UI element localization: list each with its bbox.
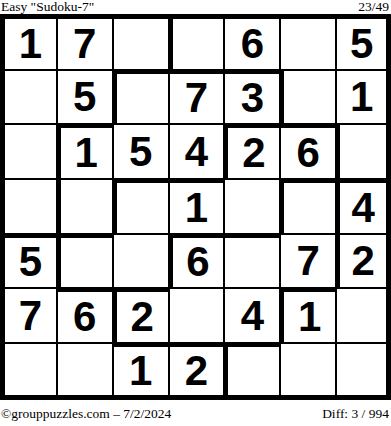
cell-r7c4-given: 2	[168, 342, 224, 400]
cell-r1c1-given: 1	[0, 14, 56, 69]
puzzle-page: Easy "Sudoku-7" 23/49 176557311542614567…	[0, 0, 391, 426]
cell-r5c4-given: 6	[168, 233, 224, 288]
header: Easy "Sudoku-7" 23/49	[0, 0, 391, 14]
cell-r2c7-given: 1	[335, 69, 391, 124]
cell-r2c5-given: 3	[223, 69, 279, 124]
cell-r6c7[interactable]	[335, 287, 391, 342]
puzzle-title: Easy "Sudoku-7"	[1, 0, 94, 14]
cell-r2c6[interactable]	[279, 69, 335, 124]
cell-r7c1[interactable]	[0, 342, 56, 400]
cell-r2c2-given: 5	[56, 69, 112, 124]
cell-r4c1[interactable]	[0, 178, 56, 233]
cell-r6c4[interactable]	[168, 287, 224, 342]
cell-r6c6-given: 1	[279, 287, 335, 342]
cell-r5c5[interactable]	[223, 233, 279, 288]
cell-r3c3-given: 5	[112, 123, 168, 178]
cell-r1c6[interactable]	[279, 14, 335, 69]
cell-r4c4-given: 1	[168, 178, 224, 233]
cell-r5c2[interactable]	[56, 233, 112, 288]
cell-r2c1[interactable]	[0, 69, 56, 124]
cell-r7c5[interactable]	[223, 342, 279, 400]
cell-r4c2[interactable]	[56, 178, 112, 233]
cell-r2c3[interactable]	[112, 69, 168, 124]
cell-r2c4-given: 7	[168, 69, 224, 124]
cell-r1c7-given: 5	[335, 14, 391, 69]
cell-r3c6-given: 6	[279, 123, 335, 178]
cell-r3c1[interactable]	[0, 123, 56, 178]
footer: ©grouppuzzles.com – 7/2/2024 Diff: 3 / 9…	[0, 406, 391, 421]
copyright-text: ©grouppuzzles.com – 7/2/2024	[1, 406, 171, 421]
cell-r4c3[interactable]	[112, 178, 168, 233]
difficulty-text: Diff: 3 / 994	[322, 406, 389, 421]
cell-r3c5-given: 2	[223, 123, 279, 178]
cell-r7c2[interactable]	[56, 342, 112, 400]
cell-r5c1-given: 5	[0, 233, 56, 288]
cell-r3c2-given: 1	[56, 123, 112, 178]
puzzle-counter: 23/49	[358, 0, 389, 14]
cell-r3c4-given: 4	[168, 123, 224, 178]
cell-r1c2-given: 7	[56, 14, 112, 69]
cell-r6c1-given: 7	[0, 287, 56, 342]
cell-r4c5[interactable]	[223, 178, 279, 233]
cell-r5c7-given: 2	[335, 233, 391, 288]
sudoku-board: 17655731154261456727624112	[0, 14, 391, 400]
cell-r6c2-given: 6	[56, 287, 112, 342]
cell-r6c5-given: 4	[223, 287, 279, 342]
cell-r6c3-given: 2	[112, 287, 168, 342]
cell-r1c3[interactable]	[112, 14, 168, 69]
cell-r3c7[interactable]	[335, 123, 391, 178]
cell-r7c3-given: 1	[112, 342, 168, 400]
cell-r7c7[interactable]	[335, 342, 391, 400]
cell-r4c7-given: 4	[335, 178, 391, 233]
cell-r1c5-given: 6	[223, 14, 279, 69]
cell-r7c6[interactable]	[279, 342, 335, 400]
cell-r4c6[interactable]	[279, 178, 335, 233]
cell-r1c4[interactable]	[168, 14, 224, 69]
cell-r5c6-given: 7	[279, 233, 335, 288]
cell-r5c3[interactable]	[112, 233, 168, 288]
